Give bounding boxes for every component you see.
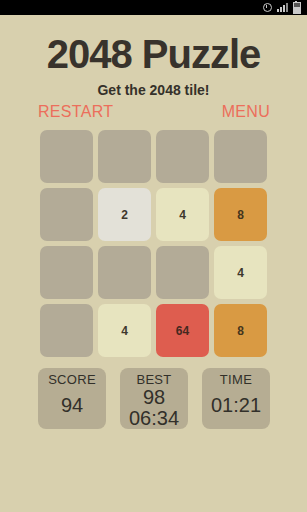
- best-time-value: 06:34: [129, 408, 179, 429]
- alarm-icon: [263, 3, 272, 12]
- cell-r2-c2: 2: [98, 188, 151, 241]
- cell-r4-c2: 4: [98, 304, 151, 357]
- cell-r1-c2: [98, 130, 151, 183]
- cell-r3-c4: 4: [214, 246, 267, 299]
- cell-r4-c3: 64: [156, 304, 209, 357]
- battery-icon: [293, 2, 301, 14]
- app-screen: 2048 Puzzle Get the 2048 tile! RESTART M…: [0, 0, 307, 512]
- page-title: 2048 Puzzle: [0, 31, 307, 77]
- cell-r4-c4: 8: [214, 304, 267, 357]
- status-bar: [0, 0, 307, 15]
- cell-r3-c2: [98, 246, 151, 299]
- cell-r2-c1: [40, 188, 93, 241]
- game-board[interactable]: 2 4 8 4 4 64 8: [40, 130, 267, 357]
- score-value: 94: [61, 394, 83, 416]
- cell-r2-c4: 8: [214, 188, 267, 241]
- cell-r4-c1: [40, 304, 93, 357]
- time-label: TIME: [220, 372, 252, 387]
- restart-button[interactable]: RESTART: [38, 103, 113, 121]
- time-value: 01:21: [211, 394, 261, 416]
- score-label: SCORE: [48, 372, 96, 387]
- cell-r2-c3: 4: [156, 188, 209, 241]
- time-box: TIME 01:21: [202, 368, 270, 429]
- menu-row: RESTART MENU: [38, 103, 270, 123]
- cell-r1-c1: [40, 130, 93, 183]
- signal-bars-icon: [277, 3, 288, 12]
- cell-r1-c3: [156, 130, 209, 183]
- best-label: BEST: [136, 372, 171, 387]
- cell-r1-c4: [214, 130, 267, 183]
- page-subtitle: Get the 2048 tile!: [0, 82, 307, 98]
- menu-button[interactable]: MENU: [222, 103, 270, 121]
- cell-r3-c3: [156, 246, 209, 299]
- score-box: SCORE 94: [38, 368, 106, 429]
- cell-r3-c1: [40, 246, 93, 299]
- best-value: 98: [143, 387, 165, 408]
- best-box: BEST 98 06:34: [120, 368, 188, 429]
